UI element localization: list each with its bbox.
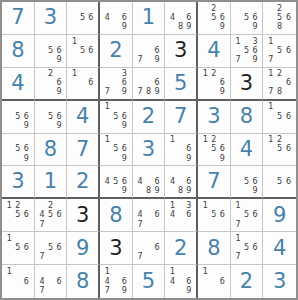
cell-r1c2[interactable]: 3 — [35, 2, 68, 35]
candidate-grid: 67 — [133, 232, 165, 264]
entered-digit: 5 — [142, 271, 155, 292]
cell-r1c7[interactable]: 2569 — [198, 2, 231, 35]
cell-r6c2[interactable]: 1 — [35, 166, 68, 199]
candidate-digit: 1 — [103, 267, 112, 277]
candidate-digit: 7 — [38, 253, 47, 262]
candidate-digit: 5 — [79, 13, 87, 22]
candidate-digit: 5 — [275, 177, 284, 186]
candidate-digit: 1 — [168, 136, 176, 145]
entered-digit: 8 — [109, 205, 122, 226]
cell-r3c1[interactable]: 4 — [2, 68, 35, 101]
cell-r8c5[interactable]: 67 — [133, 232, 166, 265]
entered-digit: 2 — [142, 106, 155, 127]
cell-r9c7[interactable]: 16 — [198, 265, 231, 298]
entered-digit: 8 — [207, 238, 220, 259]
candidate-digit: 5 — [112, 145, 121, 154]
cell-r2c2[interactable]: 569 — [35, 35, 68, 68]
cell-r1c1[interactable]: 7 — [2, 2, 35, 35]
cell-r4c1[interactable]: 569 — [2, 101, 35, 134]
cell-r2c6[interactable]: 3 — [165, 35, 198, 68]
cell-r6c6[interactable]: 4689 — [165, 166, 198, 199]
candidate-digit: 6 — [284, 145, 293, 154]
candidate-digit: 1 — [266, 37, 275, 46]
candidate-digit: 1 — [103, 103, 112, 112]
cell-r8c4[interactable]: 3 — [100, 232, 133, 265]
candidate-grid: 156 — [67, 35, 98, 67]
cell-r7c1[interactable]: 1256 — [2, 199, 35, 232]
cell-r7c4[interactable]: 8 — [100, 199, 133, 232]
candidate-digit: 6 — [120, 177, 129, 186]
candidate-digit: 2 — [46, 201, 55, 210]
candidate-digit: 5 — [46, 46, 55, 55]
candidate-digit: 5 — [275, 145, 284, 154]
candidate-digit: 6 — [251, 177, 260, 186]
candidate-digit: 6 — [55, 211, 64, 220]
candidate-digit: 5 — [210, 13, 219, 22]
cell-r9c5[interactable]: 5 — [133, 265, 166, 298]
candidate-grid: 567 — [35, 232, 67, 264]
candidate-digit: 8 — [275, 88, 284, 97]
candidate-grid: 2568 — [263, 2, 296, 34]
cell-r3c7[interactable]: 1269 — [198, 68, 231, 101]
candidate-digit: 4 — [168, 211, 176, 220]
candidate-digit: 9 — [153, 88, 162, 97]
candidate-digit: 6 — [55, 112, 64, 121]
candidate-digit: 9 — [218, 88, 227, 97]
cell-r3c5[interactable]: 6789 — [133, 68, 166, 101]
candidate-digit: 6 — [218, 13, 227, 22]
entered-digit: 3 — [273, 271, 286, 292]
cell-r7c9[interactable]: 9 — [263, 199, 296, 232]
cell-r8c8[interactable]: 1567 — [231, 232, 264, 265]
cell-r5c1[interactable]: 569 — [2, 134, 35, 167]
candidate-grid: 12678 — [263, 68, 296, 99]
candidate-digit: 9 — [251, 55, 260, 64]
candidate-digit: 1 — [201, 201, 210, 210]
candidate-grid: 135679 — [231, 35, 263, 67]
candidate-digit: 1 — [70, 37, 78, 46]
candidate-digit: 6 — [153, 211, 162, 220]
candidate-grid: 56 — [263, 166, 296, 197]
given-digit: 3 — [109, 238, 122, 259]
candidate-grid: 1567 — [231, 199, 263, 231]
candidate-digit: 6 — [22, 145, 31, 154]
cell-r9c3[interactable]: 8 — [67, 265, 100, 298]
candidate-digit: 7 — [266, 88, 275, 97]
candidate-grid: 14679 — [100, 265, 132, 298]
cell-r5c6[interactable]: 169 — [165, 134, 198, 167]
candidate-digit: 9 — [218, 154, 227, 163]
candidate-digit: 1 — [168, 267, 176, 277]
candidate-digit: 7 — [103, 88, 112, 97]
candidate-digit: 9 — [120, 286, 129, 296]
entered-digit: 2 — [76, 171, 89, 192]
cell-r7c2[interactable]: 24567 — [35, 199, 68, 232]
candidate-grid: 569 — [231, 2, 263, 34]
candidate-digit: 8 — [144, 88, 153, 97]
candidate-digit: 1 — [70, 70, 78, 79]
entered-digit: 3 — [11, 171, 24, 192]
entered-digit: 3 — [207, 106, 220, 127]
candidate-digit: 9 — [55, 55, 64, 64]
candidate-grid: 156 — [263, 101, 296, 133]
cell-r9c6[interactable]: 1469 — [165, 265, 198, 298]
candidate-grid: 12569 — [198, 134, 230, 166]
candidate-digit: 9 — [22, 121, 31, 130]
candidate-grid: 679 — [133, 35, 165, 67]
entered-digit: 4 — [240, 139, 253, 160]
candidate-grid: 1567 — [263, 35, 296, 67]
cell-r6c7[interactable]: 7 — [198, 166, 231, 199]
entered-digit: 7 — [11, 7, 24, 28]
candidate-digit: 5 — [275, 112, 284, 121]
candidate-digit: 6 — [153, 244, 162, 253]
candidate-digit: 6 — [55, 244, 64, 253]
cell-r8c1[interactable]: 156 — [2, 232, 35, 265]
candidate-digit: 6 — [284, 177, 293, 186]
candidate-digit: 4 — [136, 211, 145, 220]
candidate-digit: 5 — [14, 211, 23, 220]
candidate-digit: 1 — [266, 103, 275, 112]
candidate-digit: 5 — [242, 244, 251, 253]
entered-digit: 4 — [273, 238, 286, 259]
candidate-digit: 1 — [5, 234, 14, 243]
cell-r7c6[interactable]: 1346 — [165, 199, 198, 232]
entered-digit: 9 — [273, 205, 286, 226]
candidate-digit: 5 — [14, 145, 23, 154]
cell-r2c7[interactable]: 4 — [198, 35, 231, 68]
candidate-digit: 6 — [120, 13, 129, 22]
cell-r5c4[interactable]: 1569 — [100, 134, 133, 167]
candidate-digit: 7 — [234, 220, 243, 229]
sudoku-app-window: 7356469146892569569256885691562679341356… — [0, 0, 298, 300]
candidate-digit: 4 — [103, 277, 112, 287]
cell-r2c9[interactable]: 1567 — [263, 35, 296, 68]
cell-r4c5[interactable]: 2 — [133, 101, 166, 134]
candidate-grid: 4689 — [165, 166, 196, 197]
candidate-digit: 7 — [38, 220, 47, 229]
cell-r7c3[interactable]: 3 — [67, 199, 100, 232]
candidate-grid: 1256 — [263, 134, 296, 166]
cell-r1c3[interactable]: 56 — [67, 2, 100, 35]
candidate-grid: 1256 — [2, 199, 34, 231]
candidate-digit: 4 — [38, 211, 47, 220]
candidate-digit: 5 — [242, 177, 251, 186]
cell-r8c7[interactable]: 8 — [198, 232, 231, 265]
cell-r8c3[interactable]: 9 — [67, 232, 100, 265]
cell-r2c1[interactable]: 8 — [2, 35, 35, 68]
cell-r6c4[interactable]: 4569 — [100, 166, 133, 199]
candidate-grid: 269 — [35, 68, 67, 99]
cell-r6c9[interactable]: 56 — [263, 166, 296, 199]
candidate-digit: 4 — [136, 177, 145, 186]
candidate-digit: 9 — [120, 154, 129, 163]
cell-r9c9[interactable]: 3 — [263, 265, 296, 298]
cell-r4c9[interactable]: 156 — [263, 101, 296, 134]
entered-digit: 8 — [11, 40, 24, 61]
candidate-digit: 1 — [234, 234, 243, 243]
candidate-digit: 6 — [284, 79, 293, 88]
given-digit: 3 — [76, 205, 89, 226]
candidate-digit: 2 — [275, 70, 284, 79]
entered-digit: 8 — [44, 139, 57, 160]
candidate-digit: 1 — [103, 136, 112, 145]
candidate-digit: 4 — [103, 177, 112, 186]
candidate-digit: 6 — [185, 145, 193, 154]
cell-r7c7[interactable]: 156 — [198, 199, 231, 232]
candidate-grid: 24567 — [35, 199, 67, 231]
entered-digit: 3 — [142, 139, 155, 160]
candidate-grid: 569 — [35, 35, 67, 67]
candidate-digit: 7 — [136, 88, 145, 97]
entered-digit: 7 — [207, 171, 220, 192]
candidate-digit: 3 — [251, 37, 260, 46]
cell-r5c7[interactable]: 12569 — [198, 134, 231, 167]
given-digit: 3 — [240, 73, 253, 94]
candidate-digit: 6 — [218, 211, 227, 220]
cell-r9c4[interactable]: 14679 — [100, 265, 133, 298]
candidate-digit: 2 — [210, 70, 219, 79]
candidate-grid: 2569 — [198, 2, 230, 34]
cell-r6c5[interactable]: 4689 — [133, 166, 166, 199]
candidate-digit: 6 — [284, 13, 293, 22]
candidate-digit: 9 — [55, 121, 64, 130]
candidate-digit: 4 — [103, 13, 112, 22]
candidate-digit: 6 — [153, 46, 162, 55]
cell-r3c9[interactable]: 12678 — [263, 68, 296, 101]
candidate-digit: 6 — [22, 277, 31, 287]
cell-r8c6[interactable]: 2 — [165, 232, 198, 265]
cell-r2c3[interactable]: 156 — [67, 35, 100, 68]
candidate-digit: 5 — [275, 13, 284, 22]
candidate-grid: 467 — [133, 199, 165, 231]
candidate-digit: 6 — [87, 46, 95, 55]
candidate-digit: 6 — [87, 79, 95, 88]
cell-r7c8[interactable]: 1567 — [231, 199, 264, 232]
entered-digit: 9 — [76, 238, 89, 259]
cell-r3c3[interactable]: 16 — [67, 68, 100, 101]
candidate-digit: 6 — [185, 277, 193, 287]
candidate-digit: 6 — [55, 46, 64, 55]
cell-r4c6[interactable]: 7 — [165, 101, 198, 134]
candidate-grid: 1569 — [100, 134, 132, 166]
candidate-grid: 1469 — [165, 265, 196, 298]
candidate-digit: 7 — [103, 286, 112, 296]
cell-r4c4[interactable]: 1569 — [100, 101, 133, 134]
candidate-digit: 8 — [177, 186, 185, 195]
candidate-digit: 5 — [242, 211, 251, 220]
cell-r3c6[interactable]: 5 — [165, 68, 198, 101]
candidate-digit: 1 — [201, 70, 210, 79]
cell-r5c5[interactable]: 3 — [133, 134, 166, 167]
candidate-grid: 1269 — [198, 68, 230, 99]
cell-r7c5[interactable]: 467 — [133, 199, 166, 232]
cell-r1c8[interactable]: 569 — [231, 2, 264, 35]
cell-r4c8[interactable]: 8 — [231, 101, 264, 134]
candidate-digit: 6 — [185, 211, 193, 220]
candidate-digit: 6 — [87, 13, 95, 22]
candidate-digit: 5 — [112, 177, 121, 186]
candidate-digit: 9 — [185, 23, 193, 32]
candidate-digit: 7 — [234, 55, 243, 64]
cell-r9c1[interactable]: 16 — [2, 265, 35, 298]
entered-digit: 8 — [76, 271, 89, 292]
cell-r3c8[interactable]: 3 — [231, 68, 264, 101]
candidate-digit: 6 — [153, 177, 162, 186]
candidate-grid: 6789 — [133, 68, 165, 99]
candidate-digit: 6 — [251, 46, 260, 55]
cell-r8c9[interactable]: 4 — [263, 232, 296, 265]
candidate-digit: 8 — [177, 23, 185, 32]
candidate-digit: 2 — [275, 4, 284, 13]
cell-r5c8[interactable]: 4 — [231, 134, 264, 167]
candidate-digit: 5 — [242, 13, 251, 22]
candidate-digit: 9 — [153, 186, 162, 195]
candidate-digit: 7 — [136, 55, 145, 64]
candidate-grid: 1346 — [165, 199, 196, 231]
candidate-digit: 9 — [251, 186, 260, 195]
cell-r4c2[interactable]: 569 — [35, 101, 68, 134]
candidate-grid: 469 — [100, 2, 132, 34]
candidate-digit: 2 — [210, 4, 219, 13]
entered-digit: 2 — [240, 271, 253, 292]
candidate-digit: 6 — [251, 244, 260, 253]
candidate-digit: 7 — [266, 55, 275, 64]
candidate-digit: 6 — [22, 244, 31, 253]
candidate-digit: 7 — [38, 286, 47, 296]
candidate-digit: 2 — [275, 136, 284, 145]
candidate-digit: 5 — [14, 244, 23, 253]
cell-r8c2[interactable]: 567 — [35, 232, 68, 265]
cell-r6c8[interactable]: 569 — [231, 166, 264, 199]
candidate-digit: 1 — [168, 201, 176, 210]
candidate-digit: 5 — [210, 145, 219, 154]
candidate-digit: 8 — [275, 23, 284, 32]
cell-r2c4[interactable]: 2 — [100, 35, 133, 68]
candidate-digit: 9 — [218, 23, 227, 32]
candidate-digit: 6 — [120, 277, 129, 287]
candidate-digit: 1 — [5, 267, 14, 277]
candidate-digit: 9 — [251, 23, 260, 32]
candidate-digit: 9 — [120, 23, 129, 32]
cell-r9c2[interactable]: 467 — [35, 265, 68, 298]
candidate-digit: 9 — [22, 154, 31, 163]
candidate-grid: 569 — [2, 101, 34, 133]
candidate-digit: 6 — [218, 145, 227, 154]
entered-digit: 1 — [44, 171, 57, 192]
candidate-digit: 5 — [46, 244, 55, 253]
cell-r5c3[interactable]: 7 — [67, 134, 100, 167]
cell-r6c3[interactable]: 2 — [67, 166, 100, 199]
candidate-digit: 6 — [185, 13, 193, 22]
cell-r1c5[interactable]: 1 — [133, 2, 166, 35]
candidate-grid: 4689 — [133, 166, 165, 197]
candidate-digit: 5 — [46, 112, 55, 121]
candidate-digit: 6 — [120, 145, 129, 154]
entered-digit: 7 — [76, 139, 89, 160]
candidate-digit: 9 — [55, 88, 64, 97]
candidate-digit: 4 — [38, 277, 47, 287]
candidate-digit: 1 — [266, 136, 275, 145]
candidate-digit: 5 — [275, 46, 284, 55]
candidate-digit: 1 — [234, 37, 243, 46]
candidate-digit: 8 — [144, 186, 153, 195]
entered-digit: 3 — [44, 7, 57, 28]
candidate-grid: 569 — [35, 101, 67, 133]
candidate-digit: 7 — [136, 253, 145, 262]
cell-r2c8[interactable]: 135679 — [231, 35, 264, 68]
candidate-grid: 3679 — [100, 68, 132, 99]
candidate-digit: 9 — [185, 154, 193, 163]
candidate-digit: 6 — [120, 112, 129, 121]
candidate-digit: 6 — [55, 277, 64, 287]
entered-digit: 5 — [174, 73, 187, 94]
entered-digit: 8 — [240, 106, 253, 127]
entered-digit: 2 — [174, 238, 187, 259]
candidate-digit: 3 — [185, 201, 193, 210]
cell-r4c7[interactable]: 3 — [198, 101, 231, 134]
cell-r2c5[interactable]: 679 — [133, 35, 166, 68]
candidate-grid: 16 — [67, 68, 98, 99]
cell-r1c4[interactable]: 469 — [100, 2, 133, 35]
candidate-digit: 2 — [14, 201, 23, 210]
entered-digit: 4 — [207, 40, 220, 61]
candidate-grid: 56 — [67, 2, 98, 34]
candidate-digit: 6 — [22, 211, 31, 220]
cell-r3c2[interactable]: 269 — [35, 68, 68, 101]
candidate-digit: 6 — [218, 277, 227, 287]
candidate-digit: 6 — [185, 177, 193, 186]
candidate-grid: 16 — [2, 265, 34, 298]
cell-r3c4[interactable]: 3679 — [100, 68, 133, 101]
cell-r1c6[interactable]: 4689 — [165, 2, 198, 35]
cell-r5c9[interactable]: 1256 — [263, 134, 296, 167]
candidate-grid: 569 — [231, 166, 263, 197]
cell-r1c9[interactable]: 2568 — [263, 2, 296, 35]
candidate-digit: 1 — [234, 201, 243, 210]
entered-digit: 1 — [142, 7, 155, 28]
candidate-grid: 467 — [35, 265, 67, 298]
candidate-digit: 9 — [185, 186, 193, 195]
candidate-digit: 1 — [201, 267, 210, 277]
sudoku-board: 7356469146892569569256885691562679341356… — [2, 2, 296, 298]
candidate-digit: 1 — [266, 70, 275, 79]
candidate-digit: 9 — [120, 88, 129, 97]
candidate-digit: 6 — [22, 112, 31, 121]
candidate-digit: 6 — [284, 112, 293, 121]
candidate-digit: 2 — [46, 70, 55, 79]
candidate-digit: 5 — [14, 112, 23, 121]
candidate-digit: 5 — [112, 112, 121, 121]
cell-r4c3[interactable]: 4 — [67, 101, 100, 134]
cell-r5c2[interactable]: 8 — [35, 134, 68, 167]
cell-r6c1[interactable]: 3 — [2, 166, 35, 199]
candidate-digit: 9 — [120, 186, 129, 195]
candidate-digit: 9 — [153, 55, 162, 64]
candidate-grid: 16 — [198, 265, 230, 298]
candidate-digit: 7 — [234, 253, 243, 262]
entered-digit: 4 — [76, 106, 89, 127]
candidate-digit: 1 — [201, 136, 210, 145]
candidate-digit: 4 — [168, 177, 176, 186]
entered-digit: 4 — [11, 73, 24, 94]
candidate-digit: 1 — [5, 201, 14, 210]
candidate-digit: 5 — [79, 46, 87, 55]
candidate-digit: 4 — [168, 13, 176, 22]
candidate-grid: 4689 — [165, 2, 196, 34]
entered-digit: 2 — [109, 40, 122, 61]
cell-r9c8[interactable]: 2 — [231, 265, 264, 298]
